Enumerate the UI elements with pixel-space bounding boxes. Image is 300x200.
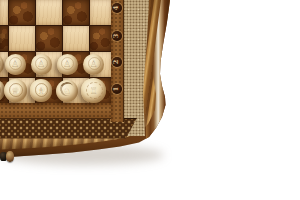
rank-coordinate-rail: 4321 [110, 0, 124, 122]
knight-glyph: ♘ [56, 80, 78, 102]
piece-white-pawn-d2: ♙ [5, 54, 26, 75]
square-c4 [36, 0, 62, 25]
square-d4 [9, 0, 35, 25]
square-a3 [90, 26, 112, 51]
pawn-glyph: ♙ [57, 54, 78, 75]
square-e4 [0, 0, 8, 25]
rank-label-3: 3 [112, 31, 122, 41]
piece-white-queen-d1: ♕ [4, 79, 27, 102]
rank-label-2: 2 [112, 57, 122, 67]
square-d3 [9, 26, 35, 51]
rank-label-text: 3 [112, 33, 122, 38]
product-photo-canvas: 4321 DCBA ♙♙♙♙♙♔♕♗♘♖ [0, 0, 300, 200]
chess-board: 4321 DCBA ♙♙♙♙♙♔♕♗♘♖ [0, 0, 172, 170]
rank-label-text: 1 [112, 86, 122, 91]
rank-label-text: 2 [112, 60, 122, 65]
pawn-glyph: ♙ [0, 54, 4, 75]
piece-white-pawn-a2: ♙ [83, 54, 104, 75]
pawn-glyph: ♙ [31, 54, 52, 75]
piece-white-pawn-e2: ♙ [0, 54, 4, 75]
piece-white-rook-a1: ♖ [81, 78, 106, 103]
bishop-glyph: ♗ [30, 79, 53, 102]
rank-label-4: 4 [112, 3, 122, 13]
queen-glyph: ♕ [4, 79, 27, 102]
square-a4 [90, 0, 112, 25]
square-b4 [63, 0, 89, 25]
rank-label-1: 1 [112, 84, 122, 94]
piece-white-bishop-c1: ♗ [30, 79, 53, 102]
rook-glyph: ♖ [81, 78, 106, 103]
square-c3 [36, 26, 62, 51]
square-e3 [0, 26, 8, 51]
piece-white-knight-b1: ♘ [56, 80, 78, 102]
clasp-brass-knob [6, 151, 14, 162]
square-b3 [63, 26, 89, 51]
piece-white-pawn-c2: ♙ [31, 54, 52, 75]
file-coordinate-rail: DCBA [0, 102, 111, 119]
rank-label-text: 4 [112, 6, 122, 11]
clasp-latch [0, 148, 18, 166]
piece-white-pawn-b2: ♙ [57, 54, 78, 75]
pawn-glyph: ♙ [83, 54, 104, 75]
pawn-glyph: ♙ [5, 54, 26, 75]
